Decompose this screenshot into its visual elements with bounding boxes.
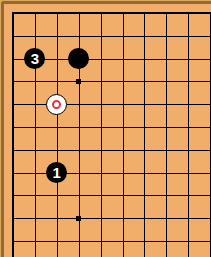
black-stone: 1	[46, 162, 67, 183]
black-stone: 3	[24, 48, 45, 69]
board-intersection: 1	[46, 161, 68, 184]
black-stone	[68, 48, 89, 69]
board-intersection: 3	[24, 47, 46, 70]
stone-label: 1	[53, 165, 61, 180]
board-intersection	[46, 93, 68, 116]
go-board: 31	[2, 2, 211, 253]
board-intersection	[68, 47, 90, 70]
go-board-diagram: 31	[0, 0, 211, 257]
stone-label: 3	[31, 51, 39, 66]
circle-mark-icon	[52, 100, 61, 109]
white-stone	[46, 94, 67, 115]
